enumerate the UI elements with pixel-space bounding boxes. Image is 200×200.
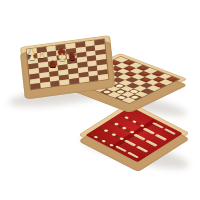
chess-square [59, 79, 69, 85]
stored-chess-piece [127, 152, 140, 159]
stored-chess-piece [152, 122, 165, 129]
product-photo: ♟♟♟♝♚♚♛♞♝♟♟♟♟♟ [0, 0, 200, 200]
chess-board [20, 35, 115, 94]
stored-chess-piece [142, 128, 155, 135]
stored-chess-piece [145, 140, 158, 147]
stored-chess-piece [164, 128, 177, 135]
chess-square [98, 74, 108, 80]
chess-square [79, 77, 89, 83]
chess-square [69, 78, 79, 84]
stored-chess-piece [154, 134, 167, 141]
stored-chess-piece [124, 140, 137, 147]
stored-chess-piece [115, 145, 128, 152]
chess-square [88, 75, 98, 81]
chess-square [30, 83, 40, 89]
chess-square [50, 81, 60, 87]
chess-square [40, 82, 50, 88]
stored-chess-piece [133, 134, 146, 141]
stored-chess-piece [136, 146, 149, 153]
